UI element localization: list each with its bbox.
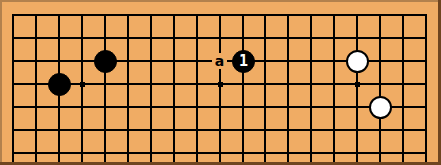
grid-line-horizontal bbox=[12, 14, 427, 16]
black-stone-move-1: 1 bbox=[232, 50, 255, 73]
grid-line-horizontal bbox=[12, 129, 427, 131]
black-stone bbox=[48, 73, 71, 96]
point-label-patch: a bbox=[212, 53, 227, 69]
black-stone bbox=[94, 50, 117, 73]
grid-line-horizontal bbox=[12, 152, 427, 154]
hoshi-point bbox=[80, 82, 85, 87]
go-diagram: a1 bbox=[0, 0, 441, 165]
go-board: a1 bbox=[0, 0, 441, 165]
hoshi-point bbox=[218, 82, 223, 87]
grid-line-horizontal bbox=[12, 106, 427, 108]
hoshi-point bbox=[355, 82, 360, 87]
stone-number: 1 bbox=[239, 54, 248, 69]
white-stone bbox=[346, 50, 369, 73]
point-label-a: a bbox=[212, 53, 227, 69]
white-stone bbox=[369, 96, 392, 119]
grid-line-horizontal bbox=[12, 37, 427, 39]
